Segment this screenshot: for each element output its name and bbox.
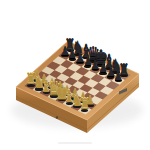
chess-set-photo: ♜♞♟♝♟♛♟♚♟♝♟♞♟♜♟♟♟♟♜♟♞♟♝♟♛♟♚♟♝♟♞♜ — [0, 0, 150, 150]
pieces-layer: ♜♞♟♝♟♛♟♚♟♝♟♞♟♜♟♟♟♟♜♟♞♟♝♟♛♟♚♟♝♟♞♜ — [0, 0, 150, 150]
piece-glyph: ♜ — [79, 97, 90, 112]
piece-glyph: ♟ — [114, 70, 123, 82]
watermark-smudge — [58, 142, 92, 144]
